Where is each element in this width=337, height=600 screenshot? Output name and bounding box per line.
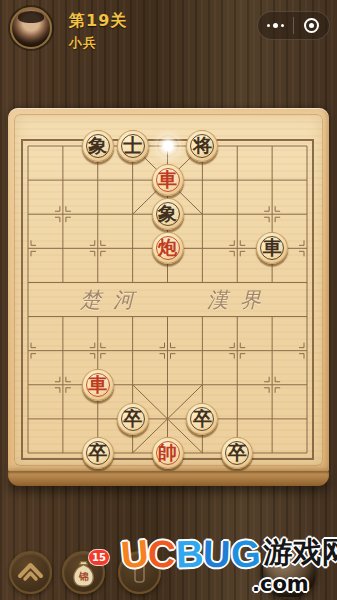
target-circle-icon (304, 18, 319, 33)
level-title: 第19关 (69, 13, 127, 29)
piece-layer: 象士将車象炮車車卒卒卒帥卒 (8, 108, 329, 472)
piece-black-soldier[interactable]: 卒 (221, 437, 253, 469)
piece-black-soldier[interactable]: 卒 (117, 403, 149, 435)
piece-black-soldier[interactable]: 卒 (186, 403, 218, 435)
board-3d-edge (8, 471, 329, 486)
watermark-letter: B (175, 533, 204, 577)
piece-glyph: 帥 (158, 443, 177, 462)
wechat-capsule (257, 11, 330, 40)
dot-icon (273, 23, 278, 28)
collapse-button[interactable] (9, 551, 52, 594)
avatar[interactable] (10, 7, 52, 49)
flask-icon (120, 553, 159, 592)
level-subtitle: 小兵 (69, 36, 127, 49)
bag-count-badge: 15 (88, 549, 110, 566)
piece-glyph: 炮 (158, 238, 177, 257)
piece-glyph: 卒 (123, 409, 142, 428)
move-hint-sparkle[interactable] (157, 135, 179, 157)
xiangqi-board[interactable]: 楚河 漢界 象士将車象炮車車卒卒卒帥卒 (8, 108, 329, 472)
piece-black-elephant[interactable]: 象 (82, 130, 114, 162)
double-chevron-up-icon (11, 553, 50, 592)
level-info: 第19关 小兵 (69, 13, 127, 49)
piece-glyph: 車 (263, 238, 282, 257)
piece-black-general[interactable]: 将 (186, 130, 218, 162)
piece-glyph: 士 (123, 136, 142, 155)
bag-label: 锦 (78, 571, 89, 582)
piece-red-chariot[interactable]: 車 (152, 164, 184, 196)
dark-sphere-button[interactable] (261, 543, 317, 599)
app-screen: 第19关 小兵 楚河 漢界 象士将車象炮車車卒卒卒帥卒 (0, 0, 337, 600)
watermark-letter: G (230, 532, 262, 576)
piece-glyph: 将 (193, 136, 212, 155)
piece-glyph: 車 (88, 375, 107, 394)
dot-icon (267, 24, 270, 27)
piece-glyph: 象 (158, 204, 177, 223)
dot-icon (281, 24, 284, 27)
hint-bag-button[interactable]: 锦 15 (62, 551, 105, 594)
piece-glyph: 卒 (88, 443, 107, 462)
minimize-button[interactable] (294, 12, 329, 39)
more-button[interactable] (258, 12, 293, 39)
item-button[interactable] (118, 551, 161, 594)
piece-red-chariot[interactable]: 車 (82, 369, 114, 401)
piece-red-cannon[interactable]: 炮 (152, 232, 184, 264)
piece-glyph: 車 (158, 170, 177, 189)
piece-glyph: 卒 (228, 443, 247, 462)
piece-black-soldier[interactable]: 卒 (82, 437, 114, 469)
piece-black-chariot[interactable]: 車 (256, 232, 288, 264)
piece-black-advisor[interactable]: 士 (117, 130, 149, 162)
piece-red-general[interactable]: 帥 (152, 437, 184, 469)
piece-glyph: 象 (88, 136, 107, 155)
piece-black-elephant[interactable]: 象 (152, 198, 184, 230)
piece-glyph: 卒 (193, 409, 212, 428)
watermark-letter: U (203, 533, 232, 577)
